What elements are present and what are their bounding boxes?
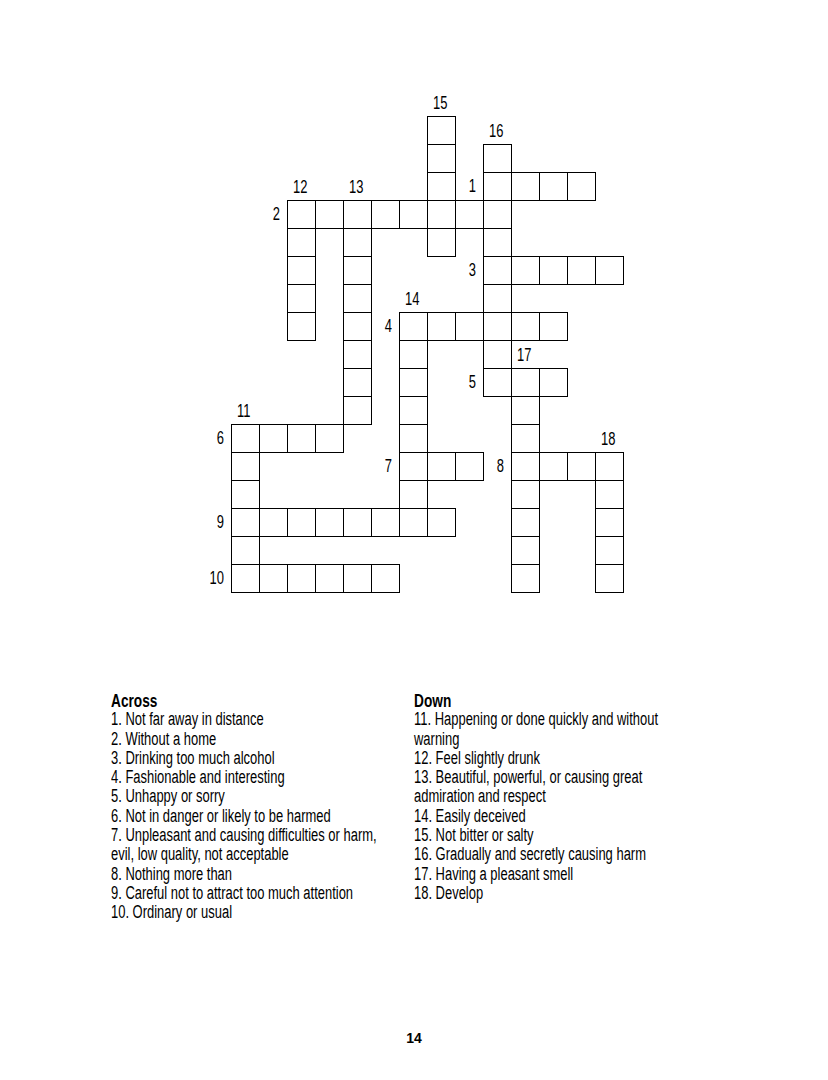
across-number-label: 1 bbox=[447, 177, 476, 195]
grid-cell[interactable] bbox=[343, 340, 372, 369]
grid-cell[interactable] bbox=[259, 508, 288, 537]
grid-cell[interactable] bbox=[427, 144, 456, 173]
grid-cell[interactable] bbox=[595, 452, 624, 481]
grid-cell[interactable] bbox=[483, 144, 512, 173]
grid-cell[interactable] bbox=[399, 396, 428, 425]
grid-cell[interactable] bbox=[371, 200, 400, 229]
grid-cell[interactable] bbox=[371, 564, 400, 593]
down-heading: Down bbox=[414, 691, 658, 710]
grid-cell[interactable] bbox=[315, 564, 344, 593]
down-number-label: 14 bbox=[405, 290, 419, 308]
grid-cell[interactable] bbox=[511, 480, 540, 509]
clue-line: 3. Drinking too much alcohol bbox=[111, 749, 377, 768]
grid-cell[interactable] bbox=[511, 508, 540, 537]
down-number-label: 12 bbox=[293, 178, 307, 196]
clue-line: evil, low quality, not acceptable bbox=[111, 845, 377, 864]
grid-cell[interactable] bbox=[399, 312, 428, 341]
clue-line: 2. Without a home bbox=[111, 730, 377, 749]
worksheet-page: 111213141516171812345678910 Across 1. No… bbox=[0, 0, 828, 1080]
grid-cell[interactable] bbox=[427, 508, 456, 537]
grid-cell[interactable] bbox=[483, 200, 512, 229]
grid-cell[interactable] bbox=[483, 312, 512, 341]
grid-cell[interactable] bbox=[231, 480, 260, 509]
page-number: 14 bbox=[0, 1030, 828, 1046]
grid-cell[interactable] bbox=[595, 536, 624, 565]
clue-line: 1. Not far away in distance bbox=[111, 710, 377, 729]
down-clue-list: 11. Happening or done quickly and withou… bbox=[414, 710, 658, 903]
clue-line: admiration and respect bbox=[414, 787, 658, 806]
grid-cell[interactable] bbox=[483, 368, 512, 397]
down-number-label: 13 bbox=[349, 178, 363, 196]
across-clue-list: 1. Not far away in distance2. Without a … bbox=[111, 710, 377, 922]
clue-line: warning bbox=[414, 730, 658, 749]
clue-line: 13. Beautiful, powerful, or causing grea… bbox=[414, 768, 658, 787]
grid-cell[interactable] bbox=[539, 312, 568, 341]
grid-cell[interactable] bbox=[427, 228, 456, 257]
grid-cell[interactable] bbox=[595, 564, 624, 593]
grid-cell[interactable] bbox=[399, 480, 428, 509]
grid-cell[interactable] bbox=[511, 424, 540, 453]
grid-cell[interactable] bbox=[483, 284, 512, 313]
across-number-label: 8 bbox=[475, 457, 504, 475]
clue-line: 7. Unpleasant and causing difficulties o… bbox=[111, 826, 377, 845]
grid-cell[interactable] bbox=[483, 340, 512, 369]
across-number-label: 6 bbox=[195, 429, 224, 447]
grid-cell[interactable] bbox=[483, 228, 512, 257]
clue-line: 16. Gradually and secretly causing harm bbox=[414, 845, 658, 864]
down-number-label: 17 bbox=[517, 346, 531, 364]
grid-cell[interactable] bbox=[399, 452, 428, 481]
down-clues: Down 11. Happening or done quickly and w… bbox=[414, 691, 658, 903]
grid-cell[interactable] bbox=[287, 424, 316, 453]
down-number-label: 11 bbox=[237, 402, 250, 420]
grid-cell[interactable] bbox=[511, 452, 540, 481]
grid-cell[interactable] bbox=[343, 564, 372, 593]
grid-cell[interactable] bbox=[231, 536, 260, 565]
grid-cell[interactable] bbox=[343, 256, 372, 285]
grid-cell[interactable] bbox=[343, 200, 372, 229]
across-number-label: 5 bbox=[447, 373, 476, 391]
grid-cell[interactable] bbox=[511, 368, 540, 397]
down-number-label: 18 bbox=[601, 430, 615, 448]
grid-cell[interactable] bbox=[595, 480, 624, 509]
grid-cell[interactable] bbox=[567, 452, 596, 481]
clue-line: 6. Not in danger or likely to be harmed bbox=[111, 807, 377, 826]
grid-cell[interactable] bbox=[231, 452, 260, 481]
clue-line: 4. Fashionable and interesting bbox=[111, 768, 377, 787]
grid-cell[interactable] bbox=[371, 508, 400, 537]
grid-cell[interactable] bbox=[595, 256, 624, 285]
grid-cell[interactable] bbox=[287, 228, 316, 257]
grid-cell[interactable] bbox=[427, 200, 456, 229]
grid-cell[interactable] bbox=[343, 396, 372, 425]
grid-cell[interactable] bbox=[539, 368, 568, 397]
grid-cell[interactable] bbox=[287, 508, 316, 537]
grid-cell[interactable] bbox=[427, 312, 456, 341]
down-number-label: 16 bbox=[489, 122, 503, 140]
grid-cell[interactable] bbox=[399, 368, 428, 397]
across-clues: Across 1. Not far away in distance2. Wit… bbox=[111, 691, 377, 923]
grid-cell[interactable] bbox=[455, 312, 484, 341]
grid-cell[interactable] bbox=[343, 508, 372, 537]
grid-cell[interactable] bbox=[287, 312, 316, 341]
grid-cell[interactable] bbox=[455, 200, 484, 229]
grid-cell[interactable] bbox=[511, 564, 540, 593]
grid-cell[interactable] bbox=[511, 172, 540, 201]
grid-cell[interactable] bbox=[567, 256, 596, 285]
across-number-label: 7 bbox=[363, 457, 392, 475]
grid-cell[interactable] bbox=[287, 564, 316, 593]
grid-cell[interactable] bbox=[315, 508, 344, 537]
across-number-label: 9 bbox=[195, 513, 224, 531]
grid-cell[interactable] bbox=[399, 200, 428, 229]
grid-cell[interactable] bbox=[511, 396, 540, 425]
grid-cell[interactable] bbox=[399, 340, 428, 369]
across-number-label: 2 bbox=[251, 205, 280, 223]
crossword-grid: 111213141516171812345678910 bbox=[231, 116, 624, 593]
clue-line: 10. Ordinary or usual bbox=[111, 903, 377, 922]
clue-line: 17. Having a pleasant smell bbox=[414, 865, 658, 884]
grid-cell[interactable] bbox=[483, 172, 512, 201]
grid-cell[interactable] bbox=[315, 200, 344, 229]
across-number-label: 3 bbox=[447, 261, 476, 279]
clue-line: 9. Careful not to attract too much atten… bbox=[111, 884, 377, 903]
clue-line: 8. Nothing more than bbox=[111, 865, 377, 884]
grid-cell[interactable] bbox=[539, 452, 568, 481]
grid-cell[interactable] bbox=[595, 508, 624, 537]
clue-line: 11. Happening or done quickly and withou… bbox=[414, 710, 658, 729]
grid-cell[interactable] bbox=[343, 228, 372, 257]
grid-cell[interactable] bbox=[567, 172, 596, 201]
clue-line: 14. Easily deceived bbox=[414, 807, 658, 826]
grid-cell[interactable] bbox=[427, 452, 456, 481]
grid-cell[interactable] bbox=[539, 172, 568, 201]
grid-cell[interactable] bbox=[287, 256, 316, 285]
grid-cell[interactable] bbox=[287, 284, 316, 313]
grid-cell[interactable] bbox=[315, 424, 344, 453]
grid-cell[interactable] bbox=[483, 256, 512, 285]
clue-line: 5. Unhappy or sorry bbox=[111, 787, 377, 806]
clue-line: 12. Feel slightly drunk bbox=[414, 749, 658, 768]
across-number-label: 4 bbox=[363, 317, 392, 335]
clue-line: 18. Develop bbox=[414, 884, 658, 903]
grid-cell[interactable] bbox=[511, 536, 540, 565]
grid-cell[interactable] bbox=[231, 564, 260, 593]
grid-cell[interactable] bbox=[231, 424, 260, 453]
grid-cell[interactable] bbox=[511, 256, 540, 285]
grid-cell[interactable] bbox=[511, 312, 540, 341]
grid-cell[interactable] bbox=[231, 508, 260, 537]
grid-cell[interactable] bbox=[399, 424, 428, 453]
grid-cell[interactable] bbox=[287, 200, 316, 229]
grid-cell[interactable] bbox=[427, 116, 456, 145]
clue-line: 15. Not bitter or salty bbox=[414, 826, 658, 845]
grid-cell[interactable] bbox=[259, 424, 288, 453]
grid-cell[interactable] bbox=[343, 284, 372, 313]
down-number-label: 15 bbox=[433, 94, 447, 112]
across-number-label: 10 bbox=[195, 569, 224, 587]
grid-cell[interactable] bbox=[539, 256, 568, 285]
grid-cell[interactable] bbox=[399, 508, 428, 537]
grid-cell[interactable] bbox=[259, 564, 288, 593]
grid-cell[interactable] bbox=[343, 368, 372, 397]
across-heading: Across bbox=[111, 691, 377, 710]
